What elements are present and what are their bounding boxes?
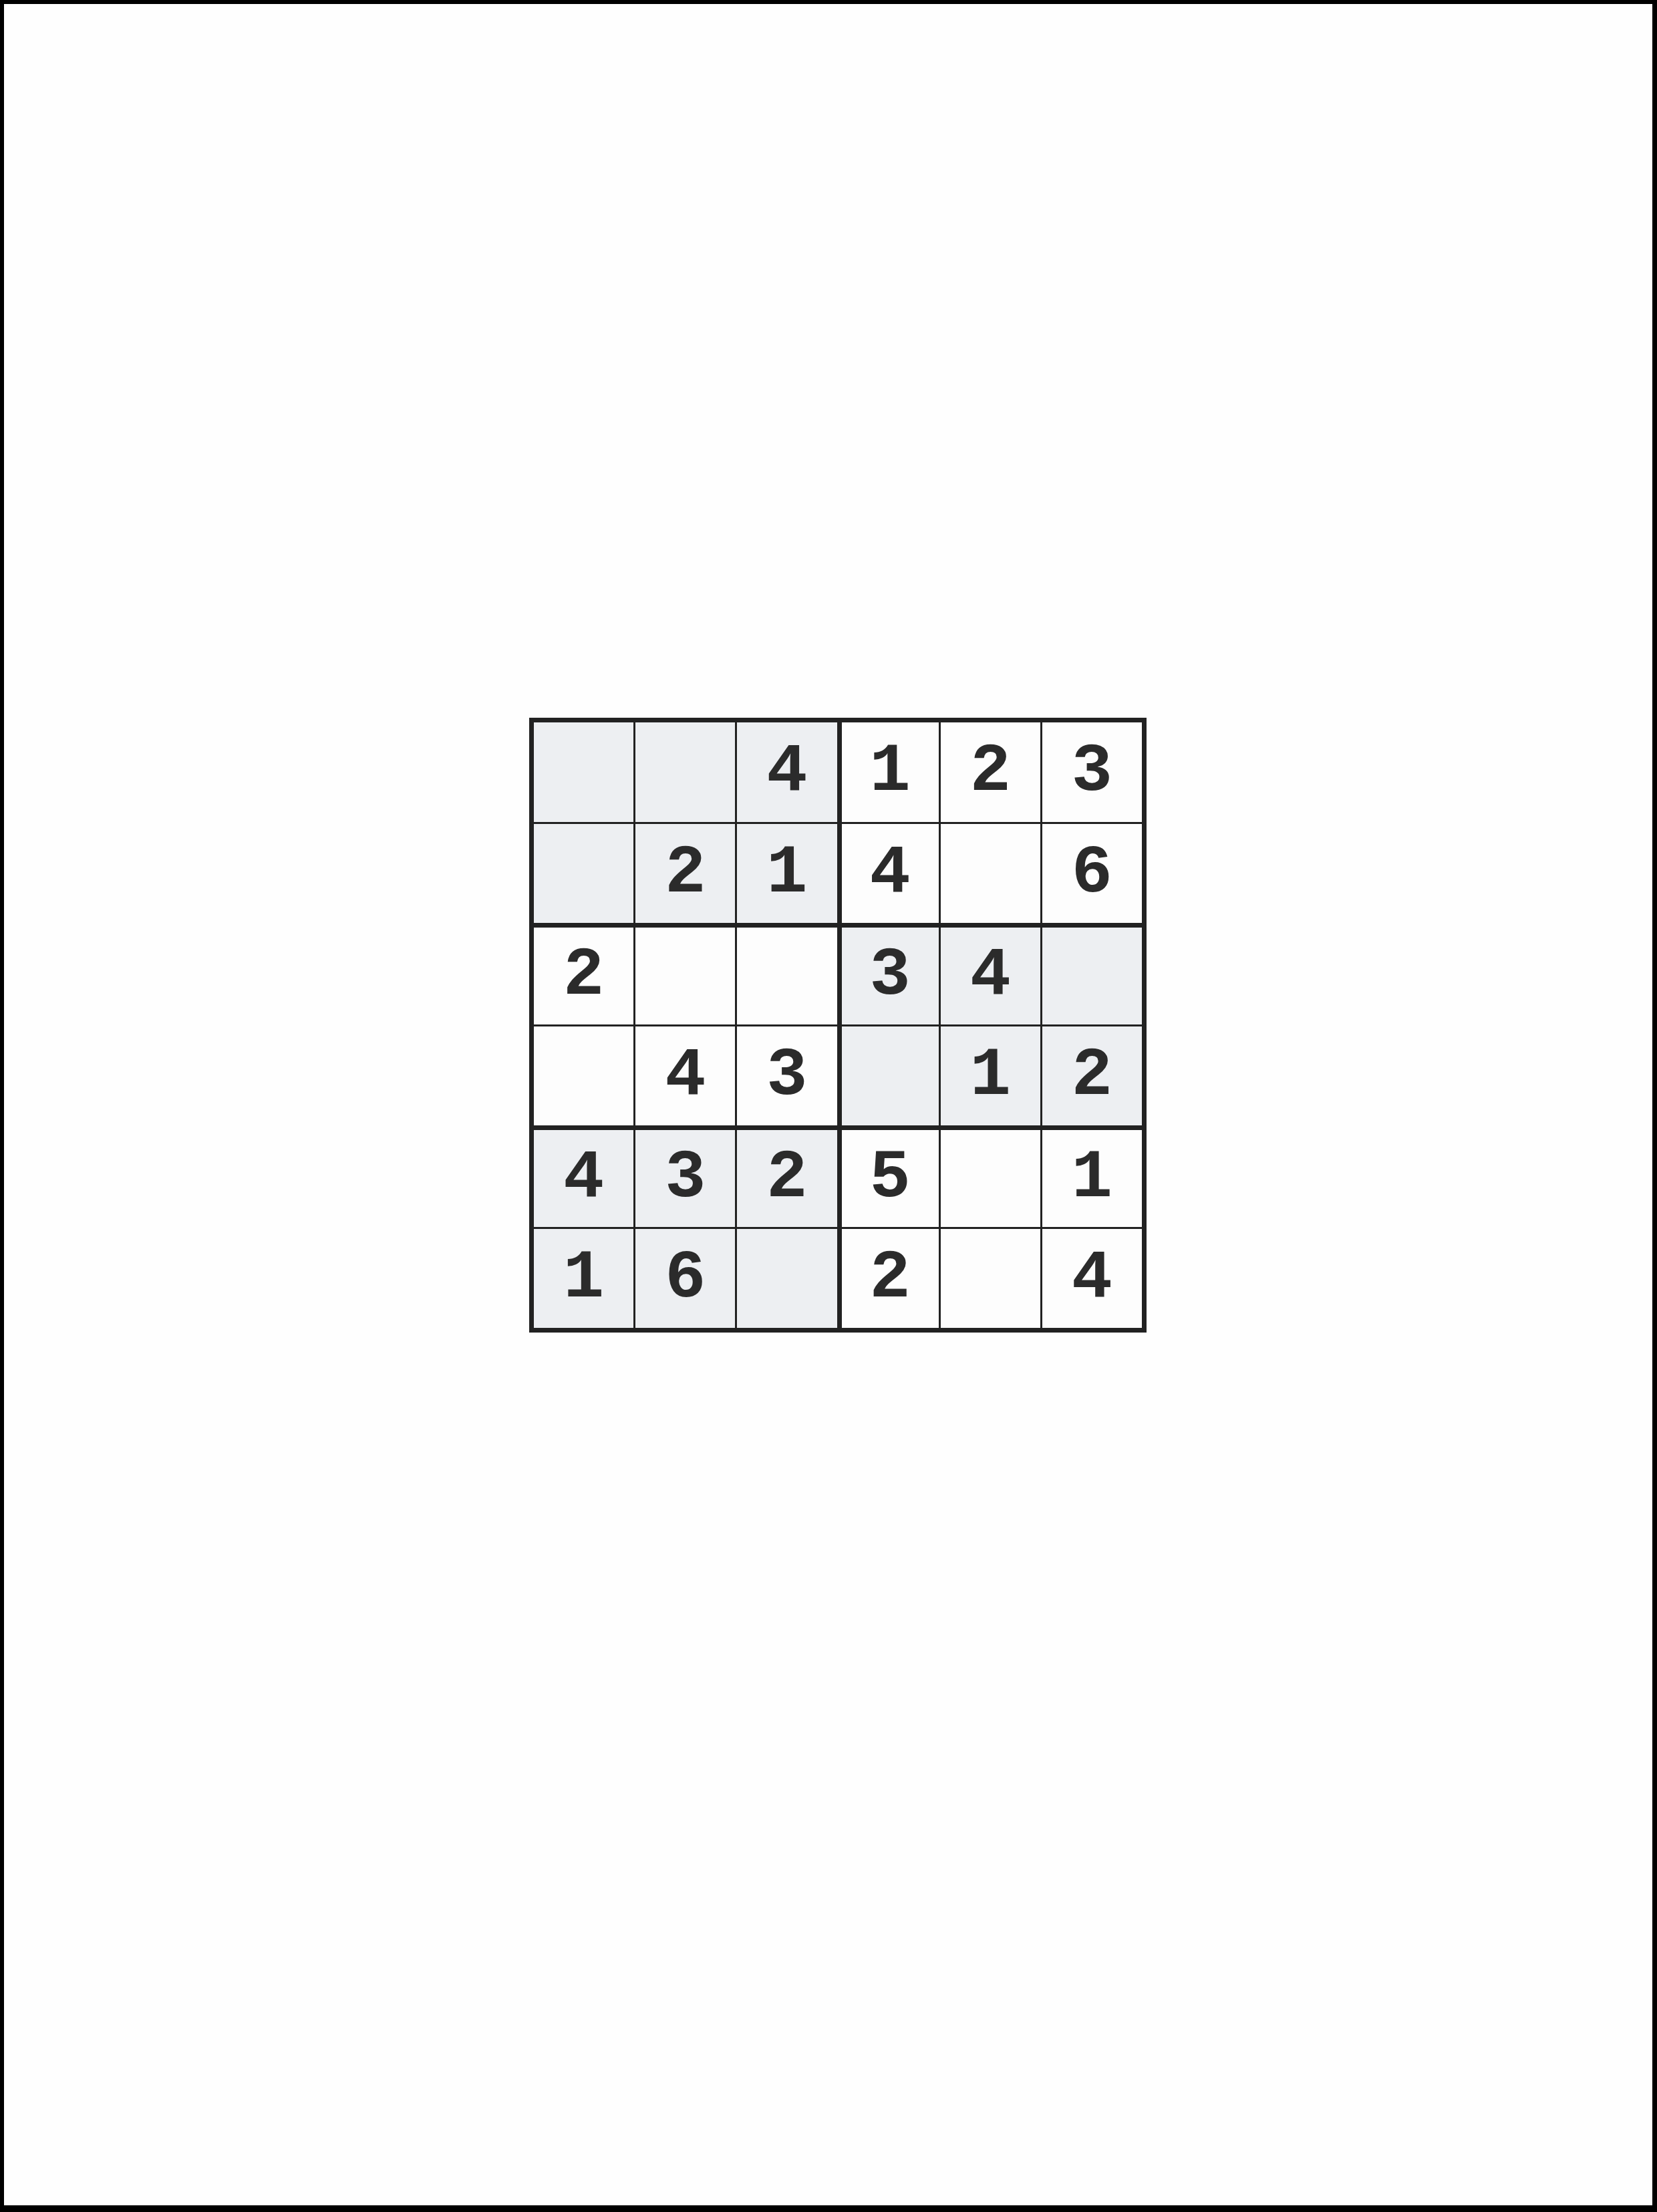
scanned-puzzle-page: 412321462344312432511624 [0, 0, 1657, 2212]
cell-r4c1[interactable] [534, 1026, 633, 1126]
cell-r6c4[interactable]: 2 [839, 1229, 939, 1329]
cell-r6c1[interactable]: 1 [534, 1229, 633, 1329]
cell-r4c2[interactable]: 4 [635, 1026, 735, 1126]
cell-r6c3[interactable] [737, 1229, 837, 1329]
cell-r5c6[interactable]: 1 [1042, 1127, 1142, 1227]
cell-r3c5[interactable]: 4 [941, 925, 1040, 1024]
cell-r5c3[interactable]: 2 [737, 1127, 837, 1227]
cell-r4c6[interactable]: 2 [1042, 1026, 1142, 1126]
cell-r1c2[interactable] [635, 722, 735, 822]
cell-r5c1[interactable]: 4 [534, 1127, 633, 1227]
cell-r3c6[interactable] [1042, 925, 1142, 1024]
cell-r6c2[interactable]: 6 [635, 1229, 735, 1329]
cell-r2c6[interactable]: 6 [1042, 824, 1142, 924]
cell-r4c3[interactable]: 3 [737, 1026, 837, 1126]
cell-r2c2[interactable]: 2 [635, 824, 735, 924]
cell-r4c4[interactable] [839, 1026, 939, 1126]
cell-r1c3[interactable]: 4 [737, 722, 837, 822]
cell-r3c2[interactable] [635, 925, 735, 1024]
cell-r2c5[interactable] [941, 824, 1040, 924]
cell-r4c5[interactable]: 1 [941, 1026, 1040, 1126]
cell-r3c3[interactable] [737, 925, 837, 1024]
cell-r1c6[interactable]: 3 [1042, 722, 1142, 822]
cell-r2c1[interactable] [534, 824, 633, 924]
cell-r3c4[interactable]: 3 [839, 925, 939, 1024]
cell-r5c4[interactable]: 5 [839, 1127, 939, 1227]
cell-r1c1[interactable] [534, 722, 633, 822]
cell-r6c5[interactable] [941, 1229, 1040, 1329]
sudoku-board: 412321462344312432511624 [529, 718, 1147, 1333]
cell-r3c1[interactable]: 2 [534, 925, 633, 1024]
cell-r1c4[interactable]: 1 [839, 722, 939, 822]
cell-r5c5[interactable] [941, 1127, 1040, 1227]
cell-r6c6[interactable]: 4 [1042, 1229, 1142, 1329]
cell-r5c2[interactable]: 3 [635, 1127, 735, 1227]
cell-r1c5[interactable]: 2 [941, 722, 1040, 822]
cell-r2c4[interactable]: 4 [839, 824, 939, 924]
cell-r2c3[interactable]: 1 [737, 824, 837, 924]
